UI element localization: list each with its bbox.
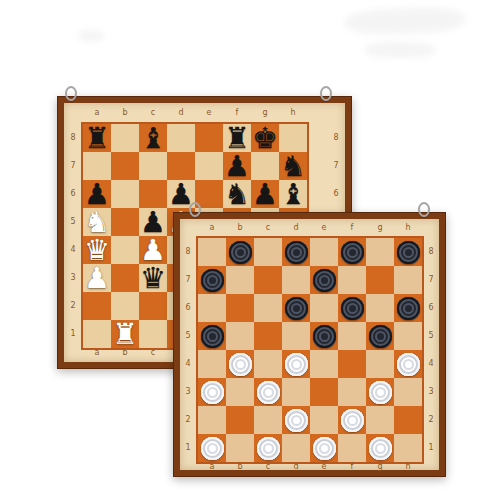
checkers-square-d4: [282, 350, 310, 378]
checkers-square-f1: [338, 434, 366, 462]
checker-man-white-g1: [369, 437, 392, 460]
checkers-square-e1: [310, 434, 338, 462]
checkers-square-h2: [394, 406, 422, 434]
chess-piece-black-bishop-h6: ♝: [280, 180, 306, 208]
chess-square-c5: ♟: [139, 208, 167, 236]
chess-square-c1: [139, 320, 167, 348]
chess-rank-label-left: 2: [70, 302, 75, 310]
checkers-square-e8: [310, 238, 338, 266]
chess-square-b2: [111, 292, 139, 320]
chess-file-label-top: b: [122, 109, 127, 117]
chess-square-c6: [139, 180, 167, 208]
chess-square-a1: [83, 320, 111, 348]
checkers-file-label-top: g: [377, 224, 382, 232]
checkers-rank-label-right: 5: [428, 332, 433, 340]
checkers-rank-label-right: 3: [428, 388, 433, 396]
chess-piece-black-knight-f6: ♞: [224, 180, 250, 208]
chess-piece-black-pawn-c5: ♟: [140, 208, 166, 236]
checkers-file-label-top: a: [210, 224, 215, 232]
chess-square-a4: ♛: [83, 236, 111, 264]
checkers-rank-label-left: 4: [185, 360, 190, 368]
chess-square-c2: [139, 292, 167, 320]
checkers-rank-label-left: 6: [185, 304, 190, 312]
checkers-square-c1: [254, 434, 282, 462]
checker-man-white-c1: [257, 437, 280, 460]
checkers-square-d5: [282, 322, 310, 350]
checker-man-black-h8: [397, 241, 420, 264]
checkers-file-label-bottom: c: [266, 463, 270, 471]
checkers-rank-label-left: 1: [185, 444, 190, 452]
chess-rank-label-left: 8: [70, 134, 75, 142]
chess-square-h6: ♝: [279, 180, 307, 208]
checkers-square-g2: [366, 406, 394, 434]
checkers-square-c6: [254, 294, 282, 322]
checkers-file-label-bottom: g: [377, 463, 382, 471]
chess-piece-black-knight-h7: ♞: [280, 152, 306, 180]
checker-man-black-d8: [285, 241, 308, 264]
checkers-file-label-bottom: d: [293, 463, 298, 471]
chess-square-h8: [279, 124, 307, 152]
watermark-smudge: [78, 30, 104, 42]
checkers-square-b1: [226, 434, 254, 462]
checkers-square-c7: [254, 266, 282, 294]
checkers-square-g4: [366, 350, 394, 378]
checkers-square-h5: [394, 322, 422, 350]
checkers-file-label-bottom: h: [405, 463, 410, 471]
chess-square-b6: [111, 180, 139, 208]
checker-man-black-f8: [341, 241, 364, 264]
chess-file-label-top: f: [236, 109, 239, 117]
checkers-square-f6: [338, 294, 366, 322]
checkers-square-b6: [226, 294, 254, 322]
checkers-file-label-bottom: f: [351, 463, 354, 471]
chess-rank-label-right: 6: [333, 190, 338, 198]
chess-file-label-bottom: a: [95, 349, 100, 357]
checkers-square-g1: [366, 434, 394, 462]
checkers-rank-label-left: 8: [185, 248, 190, 256]
checkers-square-a3: [198, 378, 226, 406]
checker-man-black-h6: [397, 297, 420, 320]
chess-square-b5: [111, 208, 139, 236]
checkers-square-d6: [282, 294, 310, 322]
chess-rank-label-left: 1: [70, 330, 75, 338]
checkers-square-a7: [198, 266, 226, 294]
checkers-square-b8: [226, 238, 254, 266]
checker-man-white-g3: [369, 381, 392, 404]
checkers-square-a6: [198, 294, 226, 322]
checkers-file-label-bottom: b: [237, 463, 242, 471]
checker-man-white-d4: [285, 353, 308, 376]
checker-man-white-f2: [341, 409, 364, 432]
chess-square-c3: ♛: [139, 264, 167, 292]
checkers-square-c5: [254, 322, 282, 350]
chess-square-c4: ♟: [139, 236, 167, 264]
chess-square-f8: ♜: [223, 124, 251, 152]
checker-man-white-a3: [201, 381, 224, 404]
chess-piece-white-rook-b1: ♜: [112, 320, 138, 348]
checkers-square-a8: [198, 238, 226, 266]
chess-square-e7: [195, 152, 223, 180]
checkers-square-a1: [198, 434, 226, 462]
chess-piece-black-rook-a8: ♜: [84, 124, 110, 152]
chess-rank-label-left: 4: [70, 246, 75, 254]
checkers-rank-label-left: 2: [185, 416, 190, 424]
chess-square-a2: [83, 292, 111, 320]
checker-man-white-c3: [257, 381, 280, 404]
chess-square-f6: ♞: [223, 180, 251, 208]
hanging-ring-icon: [418, 202, 430, 217]
checker-man-black-b8: [229, 241, 252, 264]
checkers-rank-label-right: 7: [428, 276, 433, 284]
chess-square-a5: ♞: [83, 208, 111, 236]
checkers-square-d2: [282, 406, 310, 434]
chess-square-d8: [167, 124, 195, 152]
watermark-smudge: [345, 6, 466, 36]
checkers-rank-label-left: 5: [185, 332, 190, 340]
chess-rank-label-left: 6: [70, 190, 75, 198]
chess-file-label-top: g: [262, 109, 267, 117]
checkers-file-label-top: h: [405, 224, 410, 232]
checkers-square-b2: [226, 406, 254, 434]
checkers-rank-label-left: 7: [185, 276, 190, 284]
checkers-file-label-bottom: e: [322, 463, 327, 471]
checkers-square-d8: [282, 238, 310, 266]
checker-man-white-a1: [201, 437, 224, 460]
chess-piece-white-queen-a4: ♛: [84, 236, 110, 264]
checker-man-black-e7: [313, 269, 336, 292]
chess-square-f7: ♟: [223, 152, 251, 180]
chess-square-g6: ♟: [251, 180, 279, 208]
checkers-square-h8: [394, 238, 422, 266]
checkers-square-e6: [310, 294, 338, 322]
checkers-square-e5: [310, 322, 338, 350]
chess-square-b1: ♜: [111, 320, 139, 348]
checkers-rank-label-right: 8: [428, 248, 433, 256]
chess-file-label-bottom: b: [122, 349, 127, 357]
checkers-square-e3: [310, 378, 338, 406]
checkers-square-h3: [394, 378, 422, 406]
checkers-square-a2: [198, 406, 226, 434]
chess-square-e8: [195, 124, 223, 152]
chess-piece-black-king-g8: ♚: [252, 124, 278, 152]
checkers-square-b4: [226, 350, 254, 378]
checkers-square-g3: [366, 378, 394, 406]
checker-man-black-g5: [369, 325, 392, 348]
chess-file-label-top: e: [207, 109, 212, 117]
chess-file-label-top: d: [178, 109, 183, 117]
checkers-rank-label-left: 3: [185, 388, 190, 396]
checkers-square-c8: [254, 238, 282, 266]
chess-piece-black-queen-c3: ♛: [140, 264, 166, 292]
chess-piece-black-bishop-c8: ♝: [140, 124, 166, 152]
chess-square-g7: [251, 152, 279, 180]
chess-piece-white-pawn-a3: ♟: [84, 264, 110, 292]
checkers-square-g7: [366, 266, 394, 294]
checkers-square-h1: [394, 434, 422, 462]
checkers-file-label-top: f: [351, 224, 354, 232]
checkers-rank-label-right: 1: [428, 444, 433, 452]
checkers-rank-label-right: 4: [428, 360, 433, 368]
checker-man-black-f6: [341, 297, 364, 320]
checkers-file-label-top: c: [266, 224, 270, 232]
chess-square-a8: ♜: [83, 124, 111, 152]
chess-file-label-bottom: c: [151, 349, 155, 357]
checkers-square-c2: [254, 406, 282, 434]
checker-man-white-e1: [313, 437, 336, 460]
hanging-ring-icon: [189, 202, 201, 217]
checkers-square-d3: [282, 378, 310, 406]
checkers-file-label-top: d: [293, 224, 298, 232]
chess-rank-label-right: 8: [333, 134, 338, 142]
chess-square-b4: [111, 236, 139, 264]
chess-square-a3: ♟: [83, 264, 111, 292]
checker-man-black-a5: [201, 325, 224, 348]
chess-piece-black-pawn-g6: ♟: [252, 180, 278, 208]
chess-piece-white-knight-a5: ♞: [84, 208, 110, 236]
checker-man-black-e5: [313, 325, 336, 348]
hanging-ring-icon: [320, 86, 332, 101]
chess-piece-white-pawn-c4: ♟: [140, 236, 166, 264]
checkers-square-e4: [310, 350, 338, 378]
chess-square-b3: [111, 264, 139, 292]
checkers-board-margin: aabbccddeeffgghh8877665544332211: [180, 219, 439, 470]
checkers-grid: [198, 238, 422, 462]
checkers-square-a5: [198, 322, 226, 350]
chess-piece-black-pawn-f7: ♟: [224, 152, 250, 180]
checkers-square-f3: [338, 378, 366, 406]
checkers-file-label-bottom: a: [210, 463, 215, 471]
checkers-rank-label-right: 2: [428, 416, 433, 424]
checkers-square-g8: [366, 238, 394, 266]
checkers-square-f8: [338, 238, 366, 266]
checkers-square-g6: [366, 294, 394, 322]
chess-square-a7: [83, 152, 111, 180]
checkers-square-h4: [394, 350, 422, 378]
checkers-square-f2: [338, 406, 366, 434]
checkers-square-g5: [366, 322, 394, 350]
checkers-square-e2: [310, 406, 338, 434]
checkers-file-label-top: e: [322, 224, 327, 232]
checkers-square-c3: [254, 378, 282, 406]
checker-man-white-b4: [229, 353, 252, 376]
checkers-square-f5: [338, 322, 366, 350]
chess-square-a6: ♟: [83, 180, 111, 208]
chess-square-c7: [139, 152, 167, 180]
checkers-square-b5: [226, 322, 254, 350]
checkers-rank-label-right: 6: [428, 304, 433, 312]
checkers-square-f4: [338, 350, 366, 378]
chess-square-b7: [111, 152, 139, 180]
checkers-square-c4: [254, 350, 282, 378]
chess-file-label-top: h: [290, 109, 295, 117]
chess-file-label-top: c: [151, 109, 155, 117]
chess-piece-black-rook-f8: ♜: [224, 124, 250, 152]
checkers-square-e7: [310, 266, 338, 294]
checkers-square-h6: [394, 294, 422, 322]
chess-rank-label-left: 7: [70, 162, 75, 170]
checkers-square-a4: [198, 350, 226, 378]
chess-square-d7: [167, 152, 195, 180]
checkers-square-b7: [226, 266, 254, 294]
checkers-file-label-top: b: [237, 224, 242, 232]
hanging-ring-icon: [65, 86, 77, 101]
watermark-smudge: [365, 42, 435, 58]
checkers-square-f7: [338, 266, 366, 294]
checker-man-white-h4: [397, 353, 420, 376]
checker-man-black-d6: [285, 297, 308, 320]
chess-square-b8: [111, 124, 139, 152]
checkers-square-d7: [282, 266, 310, 294]
chess-file-label-top: a: [95, 109, 100, 117]
checker-man-white-d2: [285, 409, 308, 432]
chess-square-h7: ♞: [279, 152, 307, 180]
chess-square-c8: ♝: [139, 124, 167, 152]
chess-piece-black-pawn-a6: ♟: [84, 180, 110, 208]
checker-man-black-a7: [201, 269, 224, 292]
checkers-demo-board: aabbccddeeffgghh8877665544332211: [173, 212, 446, 477]
checkers-square-d1: [282, 434, 310, 462]
chess-rank-label-left: 5: [70, 218, 75, 226]
chess-square-g8: ♚: [251, 124, 279, 152]
checkers-square-h7: [394, 266, 422, 294]
chess-rank-label-left: 3: [70, 274, 75, 282]
chess-rank-label-right: 7: [333, 162, 338, 170]
checkers-square-b3: [226, 378, 254, 406]
